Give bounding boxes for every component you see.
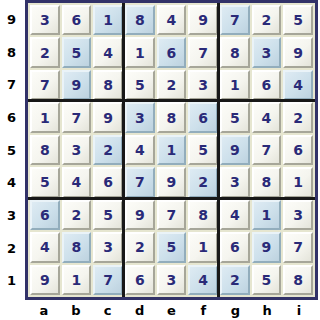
sudoku-cell-f9[interactable]: 9	[188, 5, 218, 35]
sudoku-cell-b4[interactable]: 4	[62, 167, 92, 197]
box-line-vertical-right	[217, 3, 220, 297]
sudoku-cell-d6[interactable]: 3	[125, 102, 155, 132]
sudoku-cell-c4[interactable]: 6	[93, 167, 123, 197]
sudoku-page: 987654321 361849725254167839798523164179…	[0, 0, 320, 320]
sudoku-cell-g1[interactable]: 2	[220, 265, 250, 295]
sudoku-cell-g3[interactable]: 4	[220, 200, 250, 230]
sudoku-cell-f8[interactable]: 7	[188, 37, 218, 67]
sudoku-cell-b8[interactable]: 5	[62, 37, 92, 67]
sudoku-cell-d8[interactable]: 1	[125, 37, 155, 67]
sudoku-cell-f2[interactable]: 1	[188, 232, 218, 262]
sudoku-cell-i7[interactable]: 4	[283, 70, 313, 100]
sudoku-cell-g4[interactable]: 3	[220, 167, 250, 197]
sudoku-cell-g8[interactable]: 8	[220, 37, 250, 67]
sudoku-cell-c3[interactable]: 5	[93, 200, 123, 230]
sudoku-cell-h2[interactable]: 9	[252, 232, 282, 262]
sudoku-cell-b9[interactable]: 6	[62, 5, 92, 35]
sudoku-cell-b1[interactable]: 1	[62, 265, 92, 295]
sudoku-cell-h9[interactable]: 2	[252, 5, 282, 35]
box-line-horizontal-top	[28, 99, 315, 102]
sudoku-cell-e7[interactable]: 2	[157, 70, 187, 100]
sudoku-cell-h7[interactable]: 6	[252, 70, 282, 100]
col-label-h: h	[251, 302, 283, 319]
col-label-e: e	[156, 302, 188, 319]
sudoku-cell-i2[interactable]: 7	[283, 232, 313, 262]
sudoku-cell-e1[interactable]: 3	[157, 265, 187, 295]
sudoku-cell-h3[interactable]: 1	[252, 200, 282, 230]
sudoku-cell-e8[interactable]: 6	[157, 37, 187, 67]
box-line-vertical-left	[122, 3, 125, 297]
sudoku-cell-a6[interactable]: 1	[30, 102, 60, 132]
sudoku-cell-a5[interactable]: 8	[30, 135, 60, 165]
row-label-2: 2	[0, 232, 23, 265]
sudoku-cell-h1[interactable]: 5	[252, 265, 282, 295]
sudoku-cell-d9[interactable]: 8	[125, 5, 155, 35]
sudoku-cell-h8[interactable]: 3	[252, 37, 282, 67]
sudoku-cell-e5[interactable]: 1	[157, 135, 187, 165]
sudoku-grid: 3618497252541678397985231641793865428324…	[30, 5, 313, 295]
sudoku-cell-f7[interactable]: 3	[188, 70, 218, 100]
sudoku-cell-a1[interactable]: 9	[30, 265, 60, 295]
sudoku-cell-i5[interactable]: 6	[283, 135, 313, 165]
sudoku-cell-g6[interactable]: 5	[220, 102, 250, 132]
sudoku-cell-h6[interactable]: 4	[252, 102, 282, 132]
sudoku-cell-i4[interactable]: 1	[283, 167, 313, 197]
row-label-7: 7	[0, 68, 23, 101]
sudoku-cell-i9[interactable]: 5	[283, 5, 313, 35]
col-label-a: a	[28, 302, 60, 319]
sudoku-cell-b3[interactable]: 2	[62, 200, 92, 230]
sudoku-cell-i3[interactable]: 3	[283, 200, 313, 230]
col-label-f: f	[187, 302, 219, 319]
sudoku-cell-d4[interactable]: 7	[125, 167, 155, 197]
sudoku-cell-f1[interactable]: 4	[188, 265, 218, 295]
box-line-horizontal-bottom	[28, 197, 315, 200]
sudoku-cell-c1[interactable]: 7	[93, 265, 123, 295]
sudoku-cell-h4[interactable]: 8	[252, 167, 282, 197]
sudoku-cell-f4[interactable]: 2	[188, 167, 218, 197]
row-label-5: 5	[0, 134, 23, 167]
row-label-9: 9	[0, 3, 23, 36]
row-label-8: 8	[0, 36, 23, 69]
sudoku-cell-i8[interactable]: 9	[283, 37, 313, 67]
col-label-d: d	[124, 302, 156, 319]
sudoku-cell-e4[interactable]: 9	[157, 167, 187, 197]
sudoku-cell-b5[interactable]: 3	[62, 135, 92, 165]
sudoku-cell-c6[interactable]: 9	[93, 102, 123, 132]
sudoku-cell-f3[interactable]: 8	[188, 200, 218, 230]
sudoku-cell-e9[interactable]: 4	[157, 5, 187, 35]
sudoku-cell-g2[interactable]: 6	[220, 232, 250, 262]
sudoku-cell-d5[interactable]: 4	[125, 135, 155, 165]
sudoku-cell-g7[interactable]: 1	[220, 70, 250, 100]
sudoku-cell-d7[interactable]: 5	[125, 70, 155, 100]
sudoku-cell-g5[interactable]: 9	[220, 135, 250, 165]
sudoku-cell-c9[interactable]: 1	[93, 5, 123, 35]
sudoku-cell-b2[interactable]: 8	[62, 232, 92, 262]
sudoku-cell-g9[interactable]: 7	[220, 5, 250, 35]
sudoku-cell-d2[interactable]: 2	[125, 232, 155, 262]
sudoku-cell-e2[interactable]: 5	[157, 232, 187, 262]
row-label-1: 1	[0, 264, 23, 297]
col-label-c: c	[92, 302, 124, 319]
row-label-3: 3	[0, 199, 23, 232]
col-label-b: b	[60, 302, 92, 319]
sudoku-cell-a2[interactable]: 4	[30, 232, 60, 262]
sudoku-cell-d3[interactable]: 9	[125, 200, 155, 230]
sudoku-cell-b7[interactable]: 9	[62, 70, 92, 100]
sudoku-cell-c5[interactable]: 2	[93, 135, 123, 165]
sudoku-cell-a8[interactable]: 2	[30, 37, 60, 67]
sudoku-cell-i1[interactable]: 8	[283, 265, 313, 295]
sudoku-cell-h5[interactable]: 7	[252, 135, 282, 165]
sudoku-cell-a4[interactable]: 5	[30, 167, 60, 197]
row-label-4: 4	[0, 166, 23, 199]
col-label-i: i	[283, 302, 315, 319]
sudoku-cell-c7[interactable]: 8	[93, 70, 123, 100]
sudoku-cell-b6[interactable]: 7	[62, 102, 92, 132]
sudoku-board: 3618497252541678397985231641793865428324…	[25, 0, 318, 300]
sudoku-cell-c2[interactable]: 3	[93, 232, 123, 262]
row-label-6: 6	[0, 101, 23, 134]
sudoku-cell-c8[interactable]: 4	[93, 37, 123, 67]
sudoku-cell-a9[interactable]: 3	[30, 5, 60, 35]
column-labels: abcdefghi	[28, 302, 315, 319]
row-labels: 987654321	[0, 3, 23, 297]
sudoku-cell-a7[interactable]: 7	[30, 70, 60, 100]
sudoku-cell-f5[interactable]: 5	[188, 135, 218, 165]
sudoku-cell-i6[interactable]: 2	[283, 102, 313, 132]
sudoku-cell-e6[interactable]: 8	[157, 102, 187, 132]
sudoku-cell-d1[interactable]: 6	[125, 265, 155, 295]
sudoku-cell-e3[interactable]: 7	[157, 200, 187, 230]
col-label-g: g	[219, 302, 251, 319]
sudoku-cell-a3[interactable]: 6	[30, 200, 60, 230]
sudoku-cell-f6[interactable]: 6	[188, 102, 218, 132]
